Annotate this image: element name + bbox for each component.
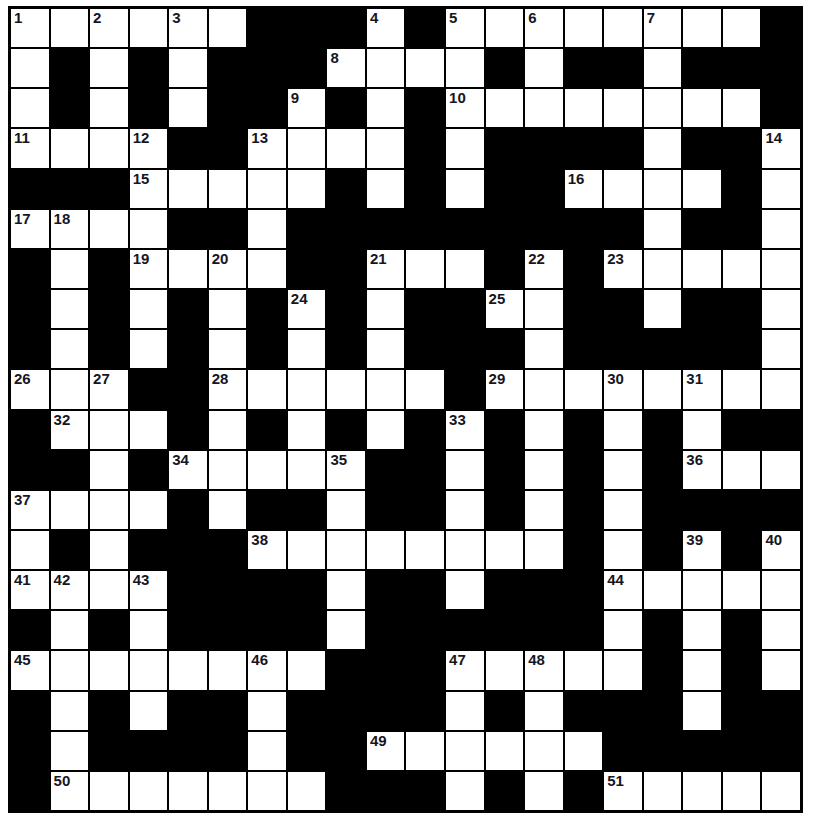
cell-r16c3[interactable] — [130, 651, 168, 689]
cell-r5c2[interactable] — [90, 210, 128, 248]
cell-r10c2[interactable] — [90, 411, 128, 449]
block-r17c0 — [11, 692, 49, 730]
cell-r17c17[interactable] — [683, 692, 721, 730]
cell-r6c6[interactable] — [248, 250, 286, 288]
cell-r12c5[interactable] — [209, 491, 247, 529]
cell-r5c0[interactable]: 17 — [11, 210, 49, 248]
cell-r3c6[interactable]: 13 — [248, 129, 286, 167]
cell-r7c16[interactable] — [644, 290, 682, 328]
block-r5c15 — [604, 210, 642, 248]
cell-r19c2[interactable] — [90, 772, 128, 810]
cell-r10c3[interactable] — [130, 411, 168, 449]
cell-r4c3[interactable]: 15 — [130, 170, 168, 208]
cell-r1c9[interactable] — [367, 49, 405, 87]
clue-number-37: 37 — [14, 491, 31, 508]
cell-r0c18[interactable] — [723, 9, 761, 47]
cell-r11c8[interactable]: 35 — [327, 451, 365, 489]
cell-r2c12[interactable] — [486, 89, 524, 127]
cell-r9c17[interactable]: 31 — [683, 370, 721, 408]
clue-number-5: 5 — [449, 9, 457, 26]
cell-r10c13[interactable] — [525, 411, 563, 449]
clue-number-1: 1 — [14, 9, 22, 26]
cell-r3c16[interactable] — [644, 129, 682, 167]
cell-r18c12[interactable] — [486, 732, 524, 770]
cell-r7c19[interactable] — [762, 290, 800, 328]
block-r13c14 — [565, 531, 603, 569]
cell-r0c9[interactable]: 4 — [367, 9, 405, 47]
cell-r6c19[interactable] — [762, 250, 800, 288]
cell-r7c12[interactable]: 25 — [486, 290, 524, 328]
cell-r14c3[interactable]: 43 — [130, 571, 168, 609]
cell-r19c19[interactable] — [762, 772, 800, 810]
block-r0c19 — [762, 9, 800, 47]
cell-r0c17[interactable] — [683, 9, 721, 47]
cell-r2c18[interactable] — [723, 89, 761, 127]
cell-r5c19[interactable] — [762, 210, 800, 248]
block-r1c6 — [248, 49, 286, 87]
cell-r11c19[interactable] — [762, 451, 800, 489]
cell-r19c16[interactable] — [644, 772, 682, 810]
clue-number-30: 30 — [607, 370, 624, 387]
cell-r10c9[interactable] — [367, 411, 405, 449]
cell-r3c11[interactable] — [446, 129, 484, 167]
cell-r6c18[interactable] — [723, 250, 761, 288]
cell-r7c1[interactable] — [51, 290, 89, 328]
cell-r1c13[interactable] — [525, 49, 563, 87]
cell-r8c7[interactable] — [288, 330, 326, 368]
cell-r6c9[interactable]: 21 — [367, 250, 405, 288]
clue-number-7: 7 — [647, 9, 655, 26]
cell-r8c9[interactable] — [367, 330, 405, 368]
block-r9c11 — [446, 370, 484, 408]
cell-r9c19[interactable] — [762, 370, 800, 408]
block-r7c15 — [604, 290, 642, 328]
cell-r9c0[interactable]: 26 — [11, 370, 49, 408]
block-r11c3 — [130, 451, 168, 489]
cell-r1c16[interactable] — [644, 49, 682, 87]
cell-r14c18[interactable] — [723, 571, 761, 609]
cell-r4c14[interactable]: 16 — [565, 170, 603, 208]
clue-number-50: 50 — [54, 772, 71, 789]
cell-r19c17[interactable] — [683, 772, 721, 810]
cell-r14c0[interactable]: 41 — [11, 571, 49, 609]
cell-r10c17[interactable] — [683, 411, 721, 449]
block-r12c6 — [248, 491, 286, 529]
cell-r1c0[interactable] — [11, 49, 49, 87]
cell-r9c9[interactable] — [367, 370, 405, 408]
cell-r10c15[interactable] — [604, 411, 642, 449]
cell-r12c15[interactable] — [604, 491, 642, 529]
cell-r13c12[interactable] — [486, 531, 524, 569]
block-r15c12 — [486, 611, 524, 649]
cell-r10c11[interactable]: 33 — [446, 411, 484, 449]
block-r10c6 — [248, 411, 286, 449]
cell-r8c5[interactable] — [209, 330, 247, 368]
cell-r4c11[interactable] — [446, 170, 484, 208]
cell-r11c18[interactable] — [723, 451, 761, 489]
cell-r2c9[interactable] — [367, 89, 405, 127]
cell-r8c19[interactable] — [762, 330, 800, 368]
cell-r16c19[interactable] — [762, 651, 800, 689]
cell-r12c1[interactable] — [51, 491, 89, 529]
cell-r16c6[interactable]: 46 — [248, 651, 286, 689]
cell-r14c11[interactable] — [446, 571, 484, 609]
block-r7c8 — [327, 290, 365, 328]
cell-r6c15[interactable]: 23 — [604, 250, 642, 288]
cell-r0c11[interactable]: 5 — [446, 9, 484, 47]
cell-r1c4[interactable] — [169, 49, 207, 87]
cell-r15c8[interactable] — [327, 611, 365, 649]
clue-number-4: 4 — [370, 9, 378, 26]
cell-r5c16[interactable] — [644, 210, 682, 248]
block-r8c2 — [90, 330, 128, 368]
block-r19c8 — [327, 772, 365, 810]
cell-r7c7[interactable]: 24 — [288, 290, 326, 328]
cell-r6c3[interactable]: 19 — [130, 250, 168, 288]
cell-r13c19[interactable]: 40 — [762, 531, 800, 569]
cell-r16c7[interactable] — [288, 651, 326, 689]
cell-r1c2[interactable] — [90, 49, 128, 87]
cell-r0c13[interactable]: 6 — [525, 9, 563, 47]
cell-r2c11[interactable]: 10 — [446, 89, 484, 127]
clue-number-14: 14 — [765, 129, 782, 146]
cell-r16c15[interactable] — [604, 651, 642, 689]
cell-r15c19[interactable] — [762, 611, 800, 649]
block-r17c7 — [288, 692, 326, 730]
block-r2c8 — [327, 89, 365, 127]
cell-r2c16[interactable] — [644, 89, 682, 127]
block-r18c7 — [288, 732, 326, 770]
cell-r5c3[interactable] — [130, 210, 168, 248]
cell-r18c6[interactable] — [248, 732, 286, 770]
cell-r3c9[interactable] — [367, 129, 405, 167]
block-r3c18 — [723, 129, 761, 167]
cell-r4c7[interactable] — [288, 170, 326, 208]
cell-r16c11[interactable]: 47 — [446, 651, 484, 689]
cell-r8c1[interactable] — [51, 330, 89, 368]
cell-r16c4[interactable] — [169, 651, 207, 689]
block-r12c16 — [644, 491, 682, 529]
block-r1c18 — [723, 49, 761, 87]
cell-r6c4[interactable] — [169, 250, 207, 288]
cell-r19c18[interactable] — [723, 772, 761, 810]
cell-r0c2[interactable]: 2 — [90, 9, 128, 47]
cell-r7c5[interactable] — [209, 290, 247, 328]
cell-r14c16[interactable] — [644, 571, 682, 609]
cell-r9c8[interactable] — [327, 370, 365, 408]
cell-r5c1[interactable]: 18 — [51, 210, 89, 248]
cell-r3c3[interactable]: 12 — [130, 129, 168, 167]
cell-r17c3[interactable] — [130, 692, 168, 730]
cell-r9c13[interactable] — [525, 370, 563, 408]
cell-r11c11[interactable] — [446, 451, 484, 489]
cell-r19c4[interactable] — [169, 772, 207, 810]
cell-r1c10[interactable] — [406, 49, 444, 87]
cell-r0c16[interactable]: 7 — [644, 9, 682, 47]
cell-r9c7[interactable] — [288, 370, 326, 408]
block-r15c5 — [209, 611, 247, 649]
cell-r0c4[interactable]: 3 — [169, 9, 207, 47]
cell-r19c15[interactable]: 51 — [604, 772, 642, 810]
cell-r13c10[interactable] — [406, 531, 444, 569]
cell-r3c2[interactable] — [90, 129, 128, 167]
cell-r10c1[interactable]: 32 — [51, 411, 89, 449]
cell-r0c0[interactable]: 1 — [11, 9, 49, 47]
cell-r4c17[interactable] — [683, 170, 721, 208]
clue-number-15: 15 — [133, 170, 150, 187]
cell-r11c4[interactable]: 34 — [169, 451, 207, 489]
block-r18c18 — [723, 732, 761, 770]
cell-r8c13[interactable] — [525, 330, 563, 368]
cell-r12c0[interactable]: 37 — [11, 491, 49, 529]
cell-r15c1[interactable] — [51, 611, 89, 649]
cell-r3c1[interactable] — [51, 129, 89, 167]
block-r17c4 — [169, 692, 207, 730]
cell-r13c17[interactable]: 39 — [683, 531, 721, 569]
block-r10c4 — [169, 411, 207, 449]
block-r3c4 — [169, 129, 207, 167]
cell-r2c15[interactable] — [604, 89, 642, 127]
cell-r14c15[interactable]: 44 — [604, 571, 642, 609]
block-r6c14 — [565, 250, 603, 288]
cell-r16c17[interactable] — [683, 651, 721, 689]
clue-number-49: 49 — [370, 732, 387, 749]
cell-r7c13[interactable] — [525, 290, 563, 328]
cell-r13c15[interactable] — [604, 531, 642, 569]
cell-r2c17[interactable] — [683, 89, 721, 127]
cell-r13c0[interactable] — [11, 531, 49, 569]
cell-r6c10[interactable] — [406, 250, 444, 288]
cell-r11c6[interactable] — [248, 451, 286, 489]
cell-r18c13[interactable] — [525, 732, 563, 770]
block-r11c16 — [644, 451, 682, 489]
cell-r4c6[interactable] — [248, 170, 286, 208]
block-r14c14 — [565, 571, 603, 609]
cell-r11c7[interactable] — [288, 451, 326, 489]
block-r0c8 — [327, 9, 365, 47]
block-r18c0 — [11, 732, 49, 770]
cell-r16c13[interactable]: 48 — [525, 651, 563, 689]
block-r5c9 — [367, 210, 405, 248]
block-r7c6 — [248, 290, 286, 328]
cell-r9c5[interactable]: 28 — [209, 370, 247, 408]
cell-r2c14[interactable] — [565, 89, 603, 127]
clue-number-3: 3 — [172, 9, 180, 26]
block-r10c16 — [644, 411, 682, 449]
cell-r12c13[interactable] — [525, 491, 563, 529]
cell-r7c9[interactable] — [367, 290, 405, 328]
block-r0c7 — [288, 9, 326, 47]
cell-r15c3[interactable] — [130, 611, 168, 649]
block-r15c16 — [644, 611, 682, 649]
block-r3c12 — [486, 129, 524, 167]
cell-r11c2[interactable] — [90, 451, 128, 489]
cell-r9c6[interactable] — [248, 370, 286, 408]
cell-r0c3[interactable] — [130, 9, 168, 47]
cell-r16c14[interactable] — [565, 651, 603, 689]
cell-r6c13[interactable]: 22 — [525, 250, 563, 288]
cell-r18c9[interactable]: 49 — [367, 732, 405, 770]
block-r0c10 — [406, 9, 444, 47]
cell-r10c7[interactable] — [288, 411, 326, 449]
cell-r0c12[interactable] — [486, 9, 524, 47]
cell-r5c6[interactable] — [248, 210, 286, 248]
clue-number-39: 39 — [686, 531, 703, 548]
cell-r7c3[interactable] — [130, 290, 168, 328]
cell-r14c1[interactable]: 42 — [51, 571, 89, 609]
cell-r17c13[interactable] — [525, 692, 563, 730]
cell-r0c14[interactable] — [565, 9, 603, 47]
block-r17c15 — [604, 692, 642, 730]
cell-r19c7[interactable] — [288, 772, 326, 810]
cell-r19c5[interactable] — [209, 772, 247, 810]
cell-r13c9[interactable] — [367, 531, 405, 569]
block-r19c12 — [486, 772, 524, 810]
block-r3c10 — [406, 129, 444, 167]
block-r1c14 — [565, 49, 603, 87]
block-r4c18 — [723, 170, 761, 208]
cell-r9c10[interactable] — [406, 370, 444, 408]
block-r17c5 — [209, 692, 247, 730]
cell-r2c7[interactable]: 9 — [288, 89, 326, 127]
cell-r19c6[interactable] — [248, 772, 286, 810]
cell-r9c2[interactable]: 27 — [90, 370, 128, 408]
cell-r16c1[interactable] — [51, 651, 89, 689]
cell-r17c6[interactable] — [248, 692, 286, 730]
cell-r2c4[interactable] — [169, 89, 207, 127]
cell-r19c3[interactable] — [130, 772, 168, 810]
cell-r13c6[interactable]: 38 — [248, 531, 286, 569]
cell-r11c17[interactable]: 36 — [683, 451, 721, 489]
cell-r18c14[interactable] — [565, 732, 603, 770]
cell-r9c16[interactable] — [644, 370, 682, 408]
cell-r6c5[interactable]: 20 — [209, 250, 247, 288]
clue-number-45: 45 — [14, 651, 31, 668]
cell-r18c1[interactable] — [51, 732, 89, 770]
cell-r19c13[interactable] — [525, 772, 563, 810]
cell-r2c2[interactable] — [90, 89, 128, 127]
cell-r12c8[interactable] — [327, 491, 365, 529]
cell-r16c5[interactable] — [209, 651, 247, 689]
cell-r6c16[interactable] — [644, 250, 682, 288]
cell-r3c8[interactable] — [327, 129, 365, 167]
block-r17c16 — [644, 692, 682, 730]
cell-r4c19[interactable] — [762, 170, 800, 208]
cell-r15c17[interactable] — [683, 611, 721, 649]
cell-r14c8[interactable] — [327, 571, 365, 609]
cell-r16c0[interactable]: 45 — [11, 651, 49, 689]
cell-r10c5[interactable] — [209, 411, 247, 449]
clue-number-9: 9 — [291, 89, 299, 106]
cell-r4c4[interactable] — [169, 170, 207, 208]
cell-r13c13[interactable] — [525, 531, 563, 569]
cell-r11c5[interactable] — [209, 451, 247, 489]
cell-r13c11[interactable] — [446, 531, 484, 569]
cell-r14c17[interactable] — [683, 571, 721, 609]
block-r18c4 — [169, 732, 207, 770]
block-r11c12 — [486, 451, 524, 489]
block-r19c0 — [11, 772, 49, 810]
block-r15c11 — [446, 611, 484, 649]
cell-r6c11[interactable] — [446, 250, 484, 288]
cell-r6c1[interactable] — [51, 250, 89, 288]
clue-number-43: 43 — [133, 571, 150, 588]
cell-r8c3[interactable] — [130, 330, 168, 368]
cell-r4c5[interactable] — [209, 170, 247, 208]
cell-r12c3[interactable] — [130, 491, 168, 529]
block-r10c8 — [327, 411, 365, 449]
block-r5c18 — [723, 210, 761, 248]
cell-r11c13[interactable] — [525, 451, 563, 489]
cell-r18c10[interactable] — [406, 732, 444, 770]
cell-r1c8[interactable]: 8 — [327, 49, 365, 87]
block-r13c5 — [209, 531, 247, 569]
cell-r9c1[interactable] — [51, 370, 89, 408]
cell-r6c17[interactable] — [683, 250, 721, 288]
block-r0c6 — [248, 9, 286, 47]
cell-r3c19[interactable]: 14 — [762, 129, 800, 167]
cell-r0c1[interactable] — [51, 9, 89, 47]
cell-r4c15[interactable] — [604, 170, 642, 208]
cell-r1c11[interactable] — [446, 49, 484, 87]
cell-r0c5[interactable] — [209, 9, 247, 47]
cell-r3c7[interactable] — [288, 129, 326, 167]
cell-r19c11[interactable] — [446, 772, 484, 810]
cell-r14c2[interactable] — [90, 571, 128, 609]
block-r14c5 — [209, 571, 247, 609]
cell-r4c16[interactable] — [644, 170, 682, 208]
clue-number-36: 36 — [686, 451, 703, 468]
cell-r17c1[interactable] — [51, 692, 89, 730]
cell-r11c15[interactable] — [604, 451, 642, 489]
clue-number-17: 17 — [14, 210, 31, 227]
cell-r2c13[interactable] — [525, 89, 563, 127]
block-r15c18 — [723, 611, 761, 649]
block-r8c8 — [327, 330, 365, 368]
cell-r16c2[interactable] — [90, 651, 128, 689]
cell-r9c12[interactable]: 29 — [486, 370, 524, 408]
clue-number-20: 20 — [212, 250, 229, 267]
cell-r18c11[interactable] — [446, 732, 484, 770]
block-r12c7 — [288, 491, 326, 529]
clue-number-28: 28 — [212, 370, 229, 387]
cell-r4c9[interactable] — [367, 170, 405, 208]
cell-r9c18[interactable] — [723, 370, 761, 408]
cell-r0c15[interactable] — [604, 9, 642, 47]
cell-r13c8[interactable] — [327, 531, 365, 569]
block-r8c11 — [446, 330, 484, 368]
cell-r16c12[interactable] — [486, 651, 524, 689]
block-r17c18 — [723, 692, 761, 730]
block-r3c13 — [525, 129, 563, 167]
cell-r15c15[interactable] — [604, 611, 642, 649]
cell-r3c0[interactable]: 11 — [11, 129, 49, 167]
cell-r17c11[interactable] — [446, 692, 484, 730]
cell-r12c11[interactable] — [446, 491, 484, 529]
cell-r14c19[interactable] — [762, 571, 800, 609]
cell-r9c14[interactable] — [565, 370, 603, 408]
clue-number-41: 41 — [14, 571, 31, 588]
cell-r12c2[interactable] — [90, 491, 128, 529]
cell-r2c0[interactable] — [11, 89, 49, 127]
cell-r13c2[interactable] — [90, 531, 128, 569]
cell-r9c15[interactable]: 30 — [604, 370, 642, 408]
block-r2c5 — [209, 89, 247, 127]
block-r1c5 — [209, 49, 247, 87]
cell-r13c7[interactable] — [288, 531, 326, 569]
cell-r19c1[interactable]: 50 — [51, 772, 89, 810]
block-r8c4 — [169, 330, 207, 368]
